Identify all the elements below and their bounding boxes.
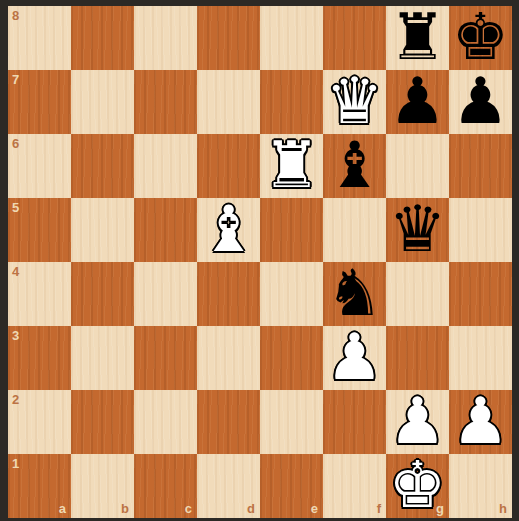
square-b4[interactable]: [71, 262, 134, 326]
square-c8[interactable]: [134, 6, 197, 70]
piece-white-pawn-g2[interactable]: ♟: [389, 389, 446, 453]
file-label-e: e: [311, 501, 318, 516]
square-d6[interactable]: [197, 134, 260, 198]
square-b1[interactable]: b: [71, 454, 134, 518]
square-b2[interactable]: [71, 390, 134, 454]
square-g4[interactable]: [386, 262, 449, 326]
square-e4[interactable]: [260, 262, 323, 326]
piece-black-bishop-f6[interactable]: ♝: [326, 133, 383, 197]
square-e6[interactable]: ♜: [260, 134, 323, 198]
square-c4[interactable]: [134, 262, 197, 326]
square-g2[interactable]: ♟: [386, 390, 449, 454]
square-a3[interactable]: 3: [8, 326, 71, 390]
square-e3[interactable]: [260, 326, 323, 390]
square-d8[interactable]: [197, 6, 260, 70]
square-g6[interactable]: [386, 134, 449, 198]
piece-black-queen-g5[interactable]: ♛: [389, 197, 446, 261]
square-b3[interactable]: [71, 326, 134, 390]
square-e8[interactable]: [260, 6, 323, 70]
square-g1[interactable]: g♚: [386, 454, 449, 518]
piece-white-pawn-h2[interactable]: ♟: [452, 389, 509, 453]
square-f3[interactable]: ♟: [323, 326, 386, 390]
square-d3[interactable]: [197, 326, 260, 390]
square-g3[interactable]: [386, 326, 449, 390]
piece-white-pawn-f3[interactable]: ♟: [326, 325, 383, 389]
square-a5[interactable]: 5: [8, 198, 71, 262]
piece-white-bishop-d5[interactable]: ♝: [200, 197, 257, 261]
board-frame: { "game": "chess", "position": { "fen": …: [0, 0, 519, 521]
square-h4[interactable]: [449, 262, 512, 326]
square-a4[interactable]: 4: [8, 262, 71, 326]
file-label-h: h: [499, 501, 507, 516]
rank-label-5: 5: [12, 200, 19, 215]
square-b7[interactable]: [71, 70, 134, 134]
square-e5[interactable]: [260, 198, 323, 262]
square-a8[interactable]: 8: [8, 6, 71, 70]
square-g5[interactable]: ♛: [386, 198, 449, 262]
square-h1[interactable]: h: [449, 454, 512, 518]
square-h8[interactable]: ♚: [449, 6, 512, 70]
file-label-b: b: [121, 501, 129, 516]
square-f7[interactable]: ♛: [323, 70, 386, 134]
square-d5[interactable]: ♝: [197, 198, 260, 262]
piece-black-knight-f4[interactable]: ♞: [326, 261, 383, 325]
square-c2[interactable]: [134, 390, 197, 454]
rank-label-2: 2: [12, 392, 19, 407]
square-d7[interactable]: [197, 70, 260, 134]
square-f6[interactable]: ♝: [323, 134, 386, 198]
rank-label-3: 3: [12, 328, 19, 343]
piece-black-pawn-g7[interactable]: ♟: [389, 69, 446, 133]
piece-black-king-h8[interactable]: ♚: [452, 5, 509, 69]
rank-label-7: 7: [12, 72, 19, 87]
file-label-f: f: [377, 501, 381, 516]
square-c1[interactable]: c: [134, 454, 197, 518]
file-label-d: d: [247, 501, 255, 516]
piece-white-queen-f7[interactable]: ♛: [326, 69, 383, 133]
rank-label-1: 1: [12, 456, 19, 471]
square-e1[interactable]: e: [260, 454, 323, 518]
chess-board: 8♜♚7♛♟♟6♜♝5♝♛4♞3♟2♟♟1abcdefg♚h: [8, 6, 512, 510]
square-f5[interactable]: [323, 198, 386, 262]
square-f4[interactable]: ♞: [323, 262, 386, 326]
square-c7[interactable]: [134, 70, 197, 134]
square-f2[interactable]: [323, 390, 386, 454]
square-d4[interactable]: [197, 262, 260, 326]
square-h5[interactable]: [449, 198, 512, 262]
square-d2[interactable]: [197, 390, 260, 454]
square-g8[interactable]: ♜: [386, 6, 449, 70]
rank-label-4: 4: [12, 264, 19, 279]
square-h2[interactable]: ♟: [449, 390, 512, 454]
square-h7[interactable]: ♟: [449, 70, 512, 134]
square-b6[interactable]: [71, 134, 134, 198]
square-c3[interactable]: [134, 326, 197, 390]
square-c5[interactable]: [134, 198, 197, 262]
piece-black-rook-g8[interactable]: ♜: [389, 5, 446, 69]
square-h6[interactable]: [449, 134, 512, 198]
square-f8[interactable]: [323, 6, 386, 70]
square-b5[interactable]: [71, 198, 134, 262]
file-label-a: a: [59, 501, 66, 516]
rank-label-8: 8: [12, 8, 19, 23]
square-a2[interactable]: 2: [8, 390, 71, 454]
square-e7[interactable]: [260, 70, 323, 134]
square-d1[interactable]: d: [197, 454, 260, 518]
piece-white-king-g1[interactable]: ♚: [389, 453, 446, 517]
rank-label-6: 6: [12, 136, 19, 151]
square-c6[interactable]: [134, 134, 197, 198]
square-b8[interactable]: [71, 6, 134, 70]
square-h3[interactable]: [449, 326, 512, 390]
square-g7[interactable]: ♟: [386, 70, 449, 134]
square-f1[interactable]: f: [323, 454, 386, 518]
square-a6[interactable]: 6: [8, 134, 71, 198]
piece-white-rook-e6[interactable]: ♜: [263, 133, 320, 197]
file-label-c: c: [185, 501, 192, 516]
square-a1[interactable]: 1a: [8, 454, 71, 518]
piece-black-pawn-h7[interactable]: ♟: [452, 69, 509, 133]
square-a7[interactable]: 7: [8, 70, 71, 134]
square-e2[interactable]: [260, 390, 323, 454]
